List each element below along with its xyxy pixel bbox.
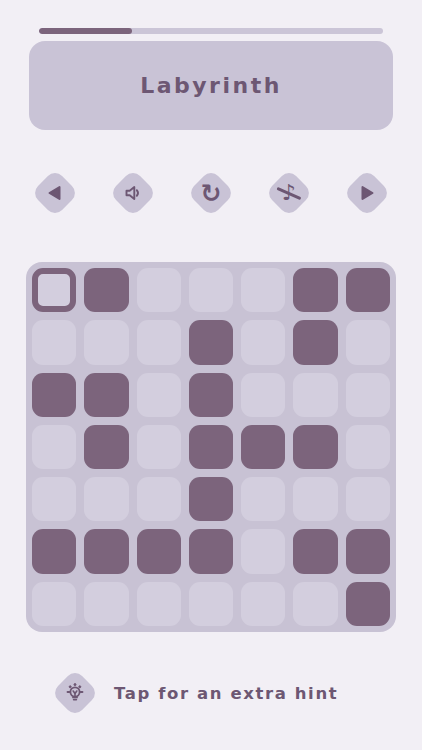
cell-r6c3-empty[interactable] xyxy=(189,582,233,626)
puzzle-board xyxy=(26,262,396,632)
cell-r0c0-start[interactable] xyxy=(32,268,76,312)
cell-r2c4-empty[interactable] xyxy=(241,373,285,417)
music-off-icon: ♪ xyxy=(277,181,301,205)
next-button[interactable] xyxy=(344,170,390,216)
cell-r2c1-filled[interactable] xyxy=(84,373,128,417)
cell-r5c4-empty[interactable] xyxy=(241,529,285,573)
speaker-icon xyxy=(121,181,145,205)
cell-r3c6-empty[interactable] xyxy=(346,425,390,469)
cell-r6c2-empty[interactable] xyxy=(137,582,181,626)
cell-r1c5-filled[interactable] xyxy=(293,320,337,364)
cell-r6c4-empty[interactable] xyxy=(241,582,285,626)
cell-r0c6-filled[interactable] xyxy=(346,268,390,312)
lightbulb-icon xyxy=(62,680,88,706)
cell-r6c6-filled[interactable] xyxy=(346,582,390,626)
cell-r5c2-filled[interactable] xyxy=(137,529,181,573)
toolbar: ↻ ♪ xyxy=(0,170,422,218)
cell-r0c2-empty[interactable] xyxy=(137,268,181,312)
cell-r5c3-filled[interactable] xyxy=(189,529,233,573)
cell-r4c1-empty[interactable] xyxy=(84,477,128,521)
cell-r5c0-filled[interactable] xyxy=(32,529,76,573)
forward-arrow-icon xyxy=(355,181,379,205)
game-screen: Labyrinth ↻ ♪ xyxy=(0,0,422,750)
page-title: Labyrinth xyxy=(140,73,282,98)
music-off-button[interactable]: ♪ xyxy=(266,170,312,216)
cell-r1c6-empty[interactable] xyxy=(346,320,390,364)
hint-diamond[interactable] xyxy=(52,670,98,716)
cell-r6c0-empty[interactable] xyxy=(32,582,76,626)
back-arrow-icon xyxy=(43,181,67,205)
hint-button[interactable]: Tap for an extra hint xyxy=(0,669,422,717)
hint-label: Tap for an extra hint xyxy=(114,684,338,703)
cell-r0c4-empty[interactable] xyxy=(241,268,285,312)
cell-r6c1-empty[interactable] xyxy=(84,582,128,626)
previous-button[interactable] xyxy=(32,170,78,216)
cell-r2c5-empty[interactable] xyxy=(293,373,337,417)
cell-r3c1-filled[interactable] xyxy=(84,425,128,469)
cell-r1c1-empty[interactable] xyxy=(84,320,128,364)
cell-r4c4-empty[interactable] xyxy=(241,477,285,521)
cell-r6c5-empty[interactable] xyxy=(293,582,337,626)
restart-icon: ↻ xyxy=(201,181,222,206)
level-title-card: Labyrinth xyxy=(29,41,393,130)
cell-r3c0-empty[interactable] xyxy=(32,425,76,469)
cell-r5c6-filled[interactable] xyxy=(346,529,390,573)
cell-r1c4-empty[interactable] xyxy=(241,320,285,364)
cell-r2c6-empty[interactable] xyxy=(346,373,390,417)
cell-r3c2-empty[interactable] xyxy=(137,425,181,469)
level-progress-fill xyxy=(39,28,132,34)
cell-r4c3-filled[interactable] xyxy=(189,477,233,521)
cell-r3c4-filled[interactable] xyxy=(241,425,285,469)
cell-r4c6-empty[interactable] xyxy=(346,477,390,521)
cell-r2c0-filled[interactable] xyxy=(32,373,76,417)
cell-r1c3-filled[interactable] xyxy=(189,320,233,364)
cell-r2c3-filled[interactable] xyxy=(189,373,233,417)
cell-r5c5-filled[interactable] xyxy=(293,529,337,573)
cell-r5c1-filled[interactable] xyxy=(84,529,128,573)
cell-r4c5-empty[interactable] xyxy=(293,477,337,521)
cell-r1c2-empty[interactable] xyxy=(137,320,181,364)
sound-button[interactable] xyxy=(110,170,156,216)
cell-r4c0-empty[interactable] xyxy=(32,477,76,521)
cell-r2c2-empty[interactable] xyxy=(137,373,181,417)
cell-r4c2-empty[interactable] xyxy=(137,477,181,521)
cell-r3c3-filled[interactable] xyxy=(189,425,233,469)
cell-r1c0-empty[interactable] xyxy=(32,320,76,364)
cell-r3c5-filled[interactable] xyxy=(293,425,337,469)
restart-button[interactable]: ↻ xyxy=(188,170,234,216)
level-progress-bar xyxy=(39,28,383,34)
cell-r0c3-empty[interactable] xyxy=(189,268,233,312)
cell-r0c5-filled[interactable] xyxy=(293,268,337,312)
cell-r0c1-filled[interactable] xyxy=(84,268,128,312)
